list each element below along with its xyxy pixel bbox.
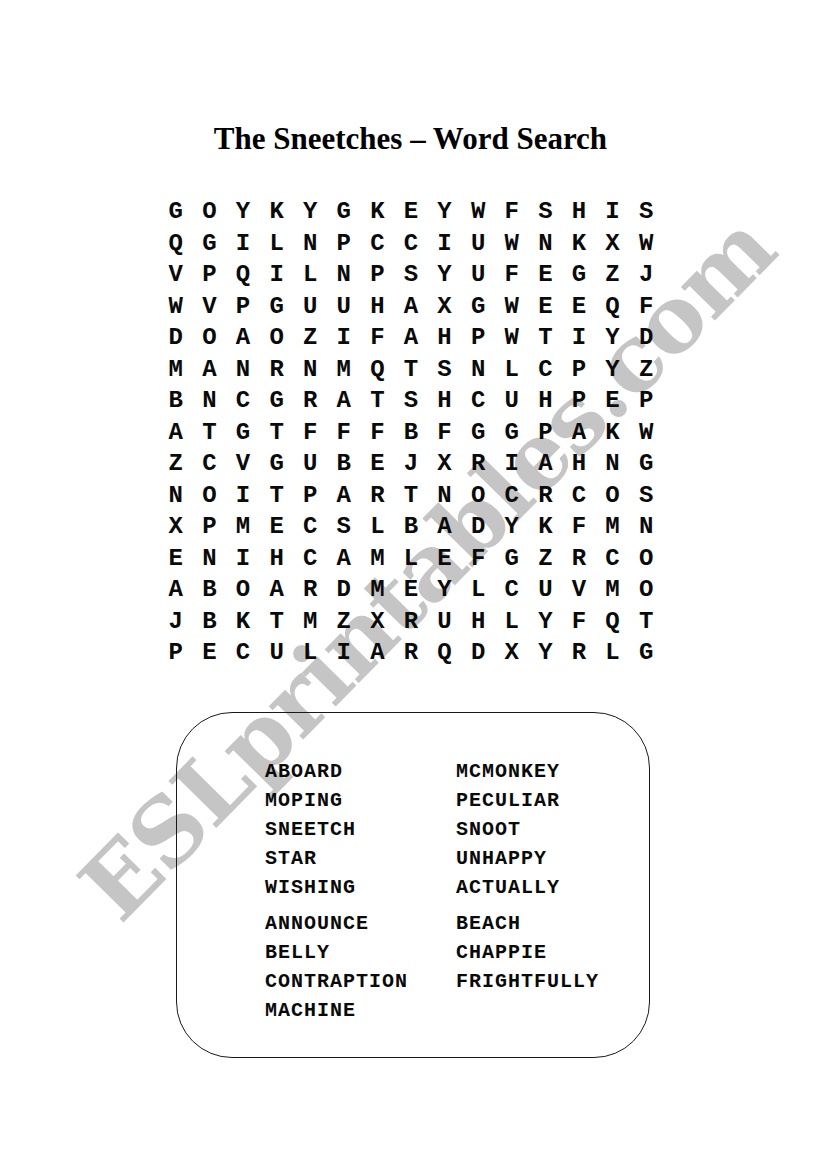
grid-cell: P — [226, 291, 260, 323]
grid-cell: V — [562, 574, 596, 606]
grid-cell: T — [260, 606, 294, 638]
grid-cell: C — [226, 385, 260, 417]
grid-cell: A — [361, 637, 395, 669]
grid-cell: T — [629, 606, 663, 638]
grid-cell: I — [327, 322, 361, 354]
grid-cell: O — [461, 480, 495, 512]
grid-cell: G — [260, 291, 294, 323]
grid-cell: W — [629, 228, 663, 260]
grid-cell: E — [193, 637, 227, 669]
grid-cell: J — [159, 606, 193, 638]
grid-cell: Y — [293, 196, 327, 228]
grid-cell: N — [193, 543, 227, 575]
grid-cell: B — [159, 385, 193, 417]
grid-cell: X — [596, 228, 630, 260]
grid-cell: X — [495, 637, 529, 669]
grid-cell: L — [293, 637, 327, 669]
grid-cell: C — [394, 228, 428, 260]
grid-cell: S — [428, 354, 462, 386]
grid-cell: K — [260, 196, 294, 228]
grid-cell: Z — [159, 448, 193, 480]
grid-cell: E — [394, 574, 428, 606]
grid-cell: Q — [159, 228, 193, 260]
grid-cell: B — [394, 511, 428, 543]
grid-cell: R — [260, 354, 294, 386]
page-title: The Sneetches – Word Search — [0, 121, 821, 157]
grid-cell: M — [327, 354, 361, 386]
grid-cell: T — [394, 480, 428, 512]
grid-cell: Z — [629, 354, 663, 386]
word-search-grid: GOYKYGKEYWFSHISQGILNPCCIUWNKXWVPQILNPSYU… — [159, 196, 663, 669]
grid-cell: S — [394, 385, 428, 417]
grid-cell: G — [629, 637, 663, 669]
grid-cell: A — [428, 511, 462, 543]
grid-cell: W — [629, 417, 663, 449]
grid-cell: F — [461, 543, 495, 575]
word-item: CHAPPIE — [456, 938, 599, 967]
grid-cell: A — [327, 543, 361, 575]
grid-cell: H — [361, 291, 395, 323]
grid-cell: Z — [529, 543, 563, 575]
grid-cell: A — [562, 417, 596, 449]
grid-cell: H — [461, 606, 495, 638]
grid-cell: B — [193, 606, 227, 638]
grid-cell: L — [293, 259, 327, 291]
grid-cell: A — [159, 417, 193, 449]
grid-cell: E — [562, 291, 596, 323]
grid-cell: U — [428, 606, 462, 638]
word-item: STAR — [265, 844, 408, 873]
grid-cell: C — [193, 448, 227, 480]
grid-cell: A — [260, 574, 294, 606]
grid-cell: W — [495, 291, 529, 323]
grid-cell: W — [159, 291, 193, 323]
word-item: BEACH — [456, 909, 599, 938]
grid-cell: M — [159, 354, 193, 386]
word-item: MOPING — [265, 786, 408, 815]
grid-cell: C — [596, 543, 630, 575]
grid-cell: L — [495, 606, 529, 638]
grid-cell: M — [226, 511, 260, 543]
grid-cell: Q — [361, 354, 395, 386]
word-item: FRIGHTFULLY — [456, 967, 599, 996]
grid-cell: W — [461, 196, 495, 228]
grid-cell: A — [193, 354, 227, 386]
grid-cell: V — [159, 259, 193, 291]
grid-cell: A — [226, 322, 260, 354]
grid-cell: Z — [293, 322, 327, 354]
grid-cell: A — [394, 322, 428, 354]
grid-cell: K — [361, 196, 395, 228]
grid-cell: G — [495, 543, 529, 575]
grid-cell: Y — [495, 511, 529, 543]
grid-cell: R — [293, 574, 327, 606]
grid-cell: E — [529, 291, 563, 323]
grid-cell: T — [361, 385, 395, 417]
grid-cell: G — [260, 385, 294, 417]
grid-cell: P — [193, 511, 227, 543]
grid-cell: P — [327, 228, 361, 260]
grid-cell: C — [495, 574, 529, 606]
grid-cell: H — [428, 322, 462, 354]
grid-cell: K — [226, 606, 260, 638]
grid-cell: K — [529, 511, 563, 543]
grid-cell: U — [293, 448, 327, 480]
grid-cell: F — [495, 259, 529, 291]
grid-cell: G — [562, 259, 596, 291]
grid-cell: F — [361, 417, 395, 449]
grid-cell: G — [629, 448, 663, 480]
grid-cell: N — [226, 354, 260, 386]
grid-cell: Z — [327, 606, 361, 638]
word-item: ABOARD — [265, 757, 408, 786]
grid-cell: L — [596, 637, 630, 669]
word-item: SNEETCH — [265, 815, 408, 844]
grid-cell: F — [495, 196, 529, 228]
grid-cell: G — [461, 291, 495, 323]
word-item: MCMONKEY — [456, 757, 599, 786]
grid-cell: C — [529, 354, 563, 386]
grid-cell: Y — [529, 606, 563, 638]
grid-cell: Y — [529, 637, 563, 669]
grid-cell: F — [562, 511, 596, 543]
grid-cell: C — [226, 637, 260, 669]
grid-cell: F — [361, 322, 395, 354]
grid-cell: Y — [428, 574, 462, 606]
grid-cell: Q — [596, 291, 630, 323]
grid-cell: X — [361, 606, 395, 638]
grid-cell: C — [495, 480, 529, 512]
grid-cell: S — [529, 196, 563, 228]
grid-cell: O — [193, 322, 227, 354]
grid-cell: F — [293, 417, 327, 449]
grid-cell: D — [461, 637, 495, 669]
grid-cell: U — [495, 385, 529, 417]
grid-cell: I — [495, 448, 529, 480]
grid-cell: C — [562, 480, 596, 512]
grid-cell: O — [226, 574, 260, 606]
grid-cell: Q — [428, 637, 462, 669]
grid-cell: A — [327, 385, 361, 417]
grid-cell: S — [629, 480, 663, 512]
grid-cell: N — [193, 385, 227, 417]
grid-cell: G — [193, 228, 227, 260]
grid-cell: K — [596, 417, 630, 449]
grid-cell: G — [495, 417, 529, 449]
grid-cell: U — [260, 637, 294, 669]
grid-cell: M — [596, 574, 630, 606]
grid-cell: P — [562, 385, 596, 417]
grid-cell: E — [394, 196, 428, 228]
grid-cell: G — [327, 196, 361, 228]
grid-cell: F — [428, 417, 462, 449]
grid-cell: P — [529, 417, 563, 449]
grid-cell: I — [226, 228, 260, 260]
grid-cell: K — [562, 228, 596, 260]
grid-cell: R — [361, 480, 395, 512]
grid-cell: G — [260, 448, 294, 480]
grid-cell: Y — [596, 322, 630, 354]
grid-cell: O — [193, 196, 227, 228]
grid-cell: C — [293, 543, 327, 575]
grid-cell: O — [629, 574, 663, 606]
grid-cell: O — [596, 480, 630, 512]
grid-cell: L — [495, 354, 529, 386]
grid-cell: X — [159, 511, 193, 543]
grid-cell: L — [394, 543, 428, 575]
grid-cell: I — [562, 322, 596, 354]
grid-cell: E — [260, 511, 294, 543]
grid-cell: F — [629, 291, 663, 323]
grid-cell: V — [193, 291, 227, 323]
grid-cell: P — [361, 259, 395, 291]
grid-cell: U — [461, 259, 495, 291]
word-list-column-right: MCMONKEYPECULIARSNOOTUNHAPPYACTUALLYBEAC… — [456, 757, 599, 996]
grid-cell: N — [629, 511, 663, 543]
grid-cell: D — [629, 322, 663, 354]
grid-cell: L — [260, 228, 294, 260]
grid-cell: C — [293, 511, 327, 543]
grid-cell: P — [159, 637, 193, 669]
word-item: CONTRAPTION — [265, 967, 408, 996]
word-item: PECULIAR — [456, 786, 599, 815]
grid-cell: C — [461, 385, 495, 417]
grid-cell: Q — [596, 606, 630, 638]
grid-cell: I — [596, 196, 630, 228]
grid-cell: Q — [226, 259, 260, 291]
grid-cell: M — [596, 511, 630, 543]
grid-cell: N — [159, 480, 193, 512]
grid-cell: N — [461, 354, 495, 386]
grid-cell: B — [394, 417, 428, 449]
grid-cell: S — [327, 511, 361, 543]
grid-cell: Y — [428, 259, 462, 291]
grid-cell: X — [428, 291, 462, 323]
grid-cell: I — [226, 543, 260, 575]
grid-cell: R — [394, 637, 428, 669]
grid-cell: U — [327, 291, 361, 323]
grid-cell: H — [562, 448, 596, 480]
grid-cell: P — [461, 322, 495, 354]
grid-cell: S — [629, 196, 663, 228]
grid-cell: P — [562, 354, 596, 386]
grid-cell: H — [529, 385, 563, 417]
grid-cell: E — [428, 543, 462, 575]
grid-cell: H — [260, 543, 294, 575]
grid-cell: D — [461, 511, 495, 543]
grid-cell: E — [361, 448, 395, 480]
grid-cell: Y — [596, 354, 630, 386]
grid-cell: U — [461, 228, 495, 260]
word-item: UNHAPPY — [456, 844, 599, 873]
grid-cell: M — [361, 574, 395, 606]
grid-cell: U — [293, 291, 327, 323]
grid-cell: F — [562, 606, 596, 638]
grid-cell: E — [529, 259, 563, 291]
grid-cell: A — [159, 574, 193, 606]
grid-cell: J — [394, 448, 428, 480]
grid-cell: L — [361, 511, 395, 543]
grid-cell: N — [529, 228, 563, 260]
grid-cell: R — [293, 385, 327, 417]
grid-cell: I — [260, 259, 294, 291]
grid-cell: N — [293, 228, 327, 260]
grid-cell: G — [159, 196, 193, 228]
word-list-column-left: ABOARDMOPINGSNEETCHSTARWISHINGANNOUNCEBE… — [265, 757, 408, 1025]
grid-cell: I — [428, 228, 462, 260]
grid-cell: M — [361, 543, 395, 575]
grid-cell: W — [495, 322, 529, 354]
grid-cell: R — [394, 606, 428, 638]
grid-cell: O — [193, 480, 227, 512]
grid-cell: T — [193, 417, 227, 449]
grid-cell: F — [327, 417, 361, 449]
grid-cell: I — [226, 480, 260, 512]
word-item: SNOOT — [456, 815, 599, 844]
grid-cell: H — [428, 385, 462, 417]
grid-cell: G — [226, 417, 260, 449]
grid-cell: B — [327, 448, 361, 480]
grid-cell: A — [394, 291, 428, 323]
grid-cell: T — [260, 417, 294, 449]
grid-cell: O — [260, 322, 294, 354]
grid-cell: R — [529, 480, 563, 512]
grid-cell: G — [461, 417, 495, 449]
grid-cell: P — [293, 480, 327, 512]
grid-cell: N — [293, 354, 327, 386]
grid-cell: A — [327, 480, 361, 512]
grid-cell: E — [596, 385, 630, 417]
grid-cell: P — [193, 259, 227, 291]
grid-cell: C — [361, 228, 395, 260]
grid-cell: T — [529, 322, 563, 354]
word-item: MACHINE — [265, 996, 408, 1025]
grid-cell: L — [461, 574, 495, 606]
grid-cell: S — [394, 259, 428, 291]
word-item: BELLY — [265, 938, 408, 967]
grid-cell: J — [629, 259, 663, 291]
grid-cell: R — [461, 448, 495, 480]
grid-cell: T — [394, 354, 428, 386]
grid-cell: T — [260, 480, 294, 512]
grid-cell: D — [159, 322, 193, 354]
grid-cell: N — [428, 480, 462, 512]
grid-cell: Z — [596, 259, 630, 291]
grid-cell: N — [327, 259, 361, 291]
grid-cell: Y — [226, 196, 260, 228]
grid-cell: D — [327, 574, 361, 606]
grid-cell: M — [293, 606, 327, 638]
grid-cell: V — [226, 448, 260, 480]
grid-cell: N — [596, 448, 630, 480]
word-item: WISHING — [265, 873, 408, 902]
grid-cell: R — [562, 637, 596, 669]
grid-cell: X — [428, 448, 462, 480]
grid-cell: B — [193, 574, 227, 606]
grid-cell: H — [562, 196, 596, 228]
grid-cell: E — [159, 543, 193, 575]
grid-cell: P — [629, 385, 663, 417]
grid-cell: U — [529, 574, 563, 606]
grid-cell: R — [562, 543, 596, 575]
word-item: ACTUALLY — [456, 873, 599, 902]
grid-cell: W — [495, 228, 529, 260]
grid-cell: O — [629, 543, 663, 575]
word-item: ANNOUNCE — [265, 909, 408, 938]
grid-cell: Y — [428, 196, 462, 228]
grid-cell: A — [529, 448, 563, 480]
grid-cell: I — [327, 637, 361, 669]
